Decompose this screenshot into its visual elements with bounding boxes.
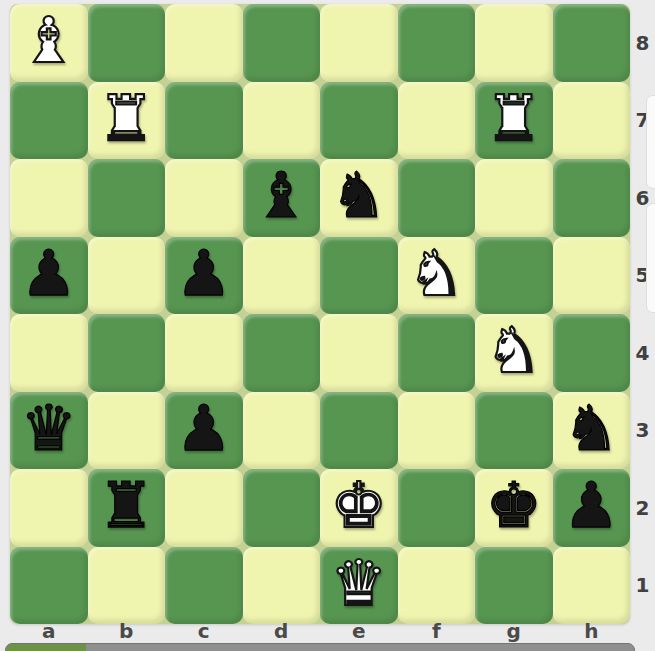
square-h5[interactable]: [553, 237, 631, 315]
square-c8[interactable]: [165, 4, 243, 82]
square-d7[interactable]: [243, 82, 321, 160]
square-d6[interactable]: ♝: [243, 159, 321, 237]
square-h3[interactable]: ♞: [553, 392, 631, 470]
square-h8[interactable]: [553, 4, 631, 82]
file-label-a: a: [10, 621, 88, 641]
square-g1[interactable]: [475, 547, 553, 625]
side-panel-edge: [646, 203, 655, 313]
rank-label-1: 1: [630, 547, 655, 625]
piece-black-pawn[interactable]: ♟: [176, 235, 232, 312]
square-g5[interactable]: [475, 237, 553, 315]
piece-black-knight[interactable]: ♞: [331, 157, 387, 234]
square-a8[interactable]: ♝: [10, 4, 88, 82]
scrollbar-progress: [6, 644, 86, 651]
square-f5[interactable]: ♞: [398, 237, 476, 315]
file-label-d: d: [243, 621, 321, 641]
rank-label-4: 4: [630, 314, 655, 392]
square-a3[interactable]: ♛: [10, 392, 88, 470]
piece-white-queen[interactable]: ♛: [331, 545, 387, 622]
file-label-g: g: [475, 621, 553, 641]
square-f1[interactable]: [398, 547, 476, 625]
square-c5[interactable]: ♟: [165, 237, 243, 315]
square-d8[interactable]: [243, 4, 321, 82]
square-e4[interactable]: [320, 314, 398, 392]
square-b7[interactable]: ♜: [88, 82, 166, 160]
piece-white-knight[interactable]: ♞: [486, 312, 542, 389]
square-h2[interactable]: ♟: [553, 469, 631, 547]
square-c7[interactable]: [165, 82, 243, 160]
square-c3[interactable]: ♟: [165, 392, 243, 470]
square-a4[interactable]: [10, 314, 88, 392]
square-g2[interactable]: ♚: [475, 469, 553, 547]
square-h4[interactable]: [553, 314, 631, 392]
square-f6[interactable]: [398, 159, 476, 237]
piece-white-bishop[interactable]: ♝: [21, 2, 77, 79]
file-label-h: h: [553, 621, 631, 641]
square-b2[interactable]: ♜: [88, 469, 166, 547]
horizontal-scrollbar[interactable]: [5, 643, 635, 651]
square-h6[interactable]: [553, 159, 631, 237]
file-label-b: b: [88, 621, 166, 641]
piece-white-knight[interactable]: ♞: [408, 235, 464, 312]
piece-black-pawn[interactable]: ♟: [563, 467, 619, 544]
square-b1[interactable]: [88, 547, 166, 625]
square-a7[interactable]: [10, 82, 88, 160]
square-e2[interactable]: ♚: [320, 469, 398, 547]
square-d5[interactable]: [243, 237, 321, 315]
file-label-f: f: [398, 621, 476, 641]
square-c2[interactable]: [165, 469, 243, 547]
square-d4[interactable]: [243, 314, 321, 392]
square-e8[interactable]: [320, 4, 398, 82]
square-c1[interactable]: [165, 547, 243, 625]
chess-board: ♝♜♜♝♞♟♟♞♞♛♟♞♜♚♚♟♛: [10, 4, 630, 624]
square-g3[interactable]: [475, 392, 553, 470]
square-b5[interactable]: [88, 237, 166, 315]
square-f7[interactable]: [398, 82, 476, 160]
piece-black-pawn[interactable]: ♟: [176, 390, 232, 467]
square-e3[interactable]: [320, 392, 398, 470]
side-panel-edge: [646, 95, 655, 189]
rank-label-2: 2: [630, 469, 655, 547]
square-d3[interactable]: [243, 392, 321, 470]
square-e6[interactable]: ♞: [320, 159, 398, 237]
piece-white-rook[interactable]: ♜: [486, 80, 542, 157]
square-e5[interactable]: [320, 237, 398, 315]
piece-black-knight[interactable]: ♞: [563, 390, 619, 467]
square-b4[interactable]: [88, 314, 166, 392]
rank-label-3: 3: [630, 392, 655, 470]
square-b8[interactable]: [88, 4, 166, 82]
square-g7[interactable]: ♜: [475, 82, 553, 160]
square-g8[interactable]: [475, 4, 553, 82]
square-d1[interactable]: [243, 547, 321, 625]
piece-black-queen[interactable]: ♛: [21, 390, 77, 467]
square-c6[interactable]: [165, 159, 243, 237]
square-b6[interactable]: [88, 159, 166, 237]
square-f3[interactable]: [398, 392, 476, 470]
square-g6[interactable]: [475, 159, 553, 237]
rank-label-8: 8: [630, 4, 655, 82]
square-h7[interactable]: [553, 82, 631, 160]
square-e1[interactable]: ♛: [320, 547, 398, 625]
file-label-c: c: [165, 621, 243, 641]
piece-white-rook[interactable]: ♜: [98, 80, 154, 157]
square-a5[interactable]: ♟: [10, 237, 88, 315]
piece-black-rook[interactable]: ♜: [98, 467, 154, 544]
square-a6[interactable]: [10, 159, 88, 237]
square-f8[interactable]: [398, 4, 476, 82]
piece-white-king[interactable]: ♚: [331, 467, 387, 544]
square-f2[interactable]: [398, 469, 476, 547]
square-d2[interactable]: [243, 469, 321, 547]
square-c4[interactable]: [165, 314, 243, 392]
square-f4[interactable]: [398, 314, 476, 392]
piece-black-bishop[interactable]: ♝: [253, 157, 309, 234]
square-g4[interactable]: ♞: [475, 314, 553, 392]
square-a2[interactable]: [10, 469, 88, 547]
square-a1[interactable]: [10, 547, 88, 625]
file-coordinates: abcdefgh: [10, 621, 630, 641]
square-b3[interactable]: [88, 392, 166, 470]
square-h1[interactable]: [553, 547, 631, 625]
file-label-e: e: [320, 621, 398, 641]
piece-black-king[interactable]: ♚: [486, 467, 542, 544]
square-e7[interactable]: [320, 82, 398, 160]
piece-black-pawn[interactable]: ♟: [21, 235, 77, 312]
